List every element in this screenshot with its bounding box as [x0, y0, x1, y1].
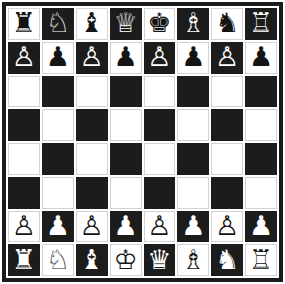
- square-h6[interactable]: [245, 76, 277, 108]
- square-a4[interactable]: [8, 143, 40, 175]
- black-pawn-piece: ♙: [215, 43, 239, 70]
- white-knight-piece: ♘: [46, 246, 70, 273]
- square-h5[interactable]: [245, 109, 277, 141]
- square-e4[interactable]: [144, 143, 176, 175]
- square-d4[interactable]: [110, 143, 142, 175]
- square-g2[interactable]: ♙: [211, 211, 243, 243]
- black-bishop-piece: ♗: [181, 9, 205, 36]
- square-e5[interactable]: [144, 109, 176, 141]
- black-pawn-piece: ♟: [249, 43, 273, 70]
- square-e3[interactable]: [144, 177, 176, 209]
- black-pawn-piece: ♙: [147, 43, 171, 70]
- square-c2[interactable]: ♙: [76, 211, 108, 243]
- square-f3[interactable]: [177, 177, 209, 209]
- white-pawn-piece: ♙: [147, 212, 171, 239]
- white-pawn-piece: ♟: [181, 212, 205, 239]
- square-a5[interactable]: [8, 109, 40, 141]
- square-e6[interactable]: [144, 76, 176, 108]
- black-bishop-piece: ♝: [80, 9, 104, 36]
- square-c1[interactable]: ♝: [76, 244, 108, 276]
- square-e8[interactable]: ♚: [144, 8, 176, 40]
- black-knight-piece: ♞: [215, 9, 239, 36]
- white-knight-piece: ♞: [215, 246, 239, 273]
- black-knight-piece: ♘: [46, 9, 70, 36]
- square-h4[interactable]: [245, 143, 277, 175]
- square-b2[interactable]: ♟: [42, 211, 74, 243]
- square-g7[interactable]: ♙: [211, 42, 243, 74]
- black-pawn-piece: ♟: [46, 43, 70, 70]
- square-b7[interactable]: ♟: [42, 42, 74, 74]
- white-pawn-piece: ♙: [80, 212, 104, 239]
- chess-board: ♜♘♝♕♚♗♞♖♙♟♙♟♙♟♙♟♙♟♙♟♙♟♙♟♜♘♝♔♛♗♞♖: [8, 8, 277, 276]
- white-rook-piece: ♜: [12, 246, 36, 273]
- square-h2[interactable]: ♟: [245, 211, 277, 243]
- square-f8[interactable]: ♗: [177, 8, 209, 40]
- square-f4[interactable]: [177, 143, 209, 175]
- white-pawn-piece: ♟: [249, 212, 273, 239]
- black-rook-piece: ♖: [249, 9, 273, 36]
- white-bishop-piece: ♗: [181, 246, 205, 273]
- white-queen-piece: ♛: [147, 246, 171, 273]
- white-king-piece: ♔: [113, 246, 137, 273]
- square-b8[interactable]: ♘: [42, 8, 74, 40]
- square-f1[interactable]: ♗: [177, 244, 209, 276]
- square-g5[interactable]: [211, 109, 243, 141]
- chess-diagram: ♜♘♝♕♚♗♞♖♙♟♙♟♙♟♙♟♙♟♙♟♙♟♙♟♜♘♝♔♛♗♞♖: [0, 0, 285, 284]
- square-a6[interactable]: [8, 76, 40, 108]
- square-d3[interactable]: [110, 177, 142, 209]
- square-b4[interactable]: [42, 143, 74, 175]
- square-g6[interactable]: [211, 76, 243, 108]
- white-pawn-piece: ♟: [46, 212, 70, 239]
- white-pawn-piece: ♙: [215, 212, 239, 239]
- square-g3[interactable]: [211, 177, 243, 209]
- square-d6[interactable]: [110, 76, 142, 108]
- square-b1[interactable]: ♘: [42, 244, 74, 276]
- square-g8[interactable]: ♞: [211, 8, 243, 40]
- square-h3[interactable]: [245, 177, 277, 209]
- square-c5[interactable]: [76, 109, 108, 141]
- square-d8[interactable]: ♕: [110, 8, 142, 40]
- square-h8[interactable]: ♖: [245, 8, 277, 40]
- square-a2[interactable]: ♙: [8, 211, 40, 243]
- square-f6[interactable]: [177, 76, 209, 108]
- black-queen-piece: ♕: [113, 9, 137, 36]
- black-rook-piece: ♜: [12, 9, 36, 36]
- square-a7[interactable]: ♙: [8, 42, 40, 74]
- square-h1[interactable]: ♖: [245, 244, 277, 276]
- square-e1[interactable]: ♛: [144, 244, 176, 276]
- black-pawn-piece: ♟: [181, 43, 205, 70]
- square-c6[interactable]: [76, 76, 108, 108]
- square-d5[interactable]: [110, 109, 142, 141]
- square-b3[interactable]: [42, 177, 74, 209]
- square-g1[interactable]: ♞: [211, 244, 243, 276]
- black-king-piece: ♚: [147, 9, 171, 36]
- square-d2[interactable]: ♟: [110, 211, 142, 243]
- square-c4[interactable]: [76, 143, 108, 175]
- white-rook-piece: ♖: [249, 246, 273, 273]
- black-pawn-piece: ♙: [80, 43, 104, 70]
- square-h7[interactable]: ♟: [245, 42, 277, 74]
- white-pawn-piece: ♙: [12, 212, 36, 239]
- white-bishop-piece: ♝: [80, 246, 104, 273]
- black-pawn-piece: ♙: [12, 43, 36, 70]
- square-e7[interactable]: ♙: [144, 42, 176, 74]
- square-b6[interactable]: [42, 76, 74, 108]
- square-b5[interactable]: [42, 109, 74, 141]
- square-a1[interactable]: ♜: [8, 244, 40, 276]
- white-pawn-piece: ♟: [113, 212, 137, 239]
- square-c7[interactable]: ♙: [76, 42, 108, 74]
- square-a3[interactable]: [8, 177, 40, 209]
- square-c8[interactable]: ♝: [76, 8, 108, 40]
- square-d7[interactable]: ♟: [110, 42, 142, 74]
- square-g4[interactable]: [211, 143, 243, 175]
- square-e2[interactable]: ♙: [144, 211, 176, 243]
- square-c3[interactable]: [76, 177, 108, 209]
- square-f7[interactable]: ♟: [177, 42, 209, 74]
- square-f2[interactable]: ♟: [177, 211, 209, 243]
- square-a8[interactable]: ♜: [8, 8, 40, 40]
- square-f5[interactable]: [177, 109, 209, 141]
- black-pawn-piece: ♟: [113, 43, 137, 70]
- square-d1[interactable]: ♔: [110, 244, 142, 276]
